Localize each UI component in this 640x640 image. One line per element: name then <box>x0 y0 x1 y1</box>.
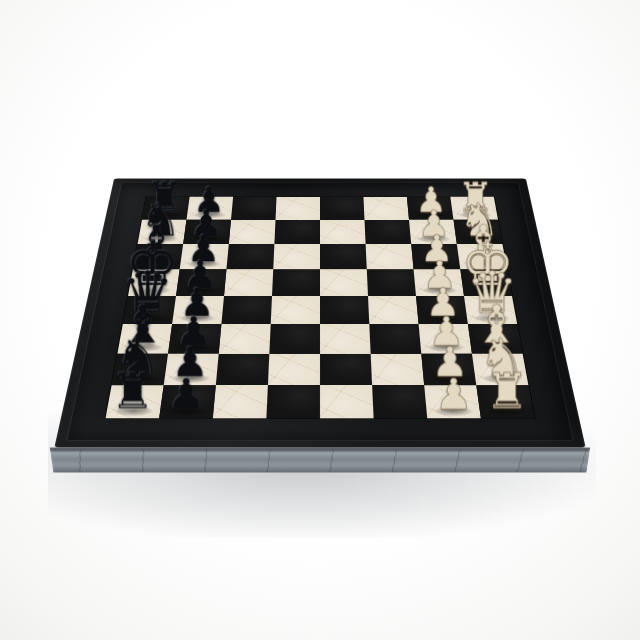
square-c4 <box>320 324 371 354</box>
piece-black-rook: ♜ <box>111 366 155 415</box>
square-b4 <box>320 354 372 385</box>
square-g3 <box>365 220 412 244</box>
square-e4 <box>320 269 368 296</box>
square-a6 <box>213 385 268 418</box>
product-photo-background: ♜♟♟♜♞♟♟♞♝♟♟♝♚♟♟♚♛♟♟♛♝♟♟♝♞♟♟♞♜♟♟♜ <box>0 0 640 640</box>
square-d4 <box>320 296 369 324</box>
square-h4 <box>320 197 365 220</box>
square-e5 <box>272 269 320 296</box>
square-d6 <box>221 296 272 324</box>
square-e6 <box>224 269 273 296</box>
square-g4 <box>320 220 366 244</box>
square-a7: ♟ <box>159 385 216 418</box>
square-f6 <box>226 244 274 269</box>
board-side-edge <box>50 448 590 473</box>
square-b5 <box>268 354 320 385</box>
square-f3 <box>366 244 414 269</box>
marble-slab: ♜♟♟♜♞♟♟♞♝♟♟♝♚♟♟♚♛♟♟♛♝♟♟♝♞♟♟♞♜♟♟♜ <box>54 179 585 448</box>
square-f5 <box>273 244 320 269</box>
square-g6 <box>229 220 276 244</box>
square-c3 <box>369 324 421 354</box>
square-g5 <box>274 220 320 244</box>
square-a2: ♟ <box>424 385 481 418</box>
checkerboard-grid: ♜♟♟♜♞♟♟♞♝♟♟♝♚♟♟♚♛♟♟♛♝♟♟♝♞♟♟♞♜♟♟♜ <box>106 197 535 419</box>
piece-white-rook: ♜ <box>485 366 529 415</box>
square-h5 <box>275 197 320 220</box>
square-b6 <box>216 354 270 385</box>
square-a1: ♜ <box>476 385 534 418</box>
square-a4 <box>320 385 374 418</box>
square-b3 <box>371 354 425 385</box>
square-c6 <box>219 324 271 354</box>
square-a8: ♜ <box>106 385 164 418</box>
square-a5 <box>266 385 320 418</box>
square-d5 <box>271 296 320 324</box>
piece-white-pawn: ♟ <box>435 373 473 415</box>
square-d3 <box>368 296 419 324</box>
square-e3 <box>367 269 416 296</box>
square-h3 <box>363 197 409 220</box>
square-c5 <box>269 324 320 354</box>
piece-black-pawn: ♟ <box>167 373 205 415</box>
square-f4 <box>320 244 367 269</box>
board-top-surface: ♜♟♟♜♞♟♟♞♝♟♟♝♚♟♟♚♛♟♟♛♝♟♟♝♞♟♟♞♜♟♟♜ <box>54 179 585 448</box>
chessboard-scene: ♜♟♟♜♞♟♟♞♝♟♟♝♚♟♟♚♛♟♟♛♝♟♟♝♞♟♟♞♜♟♟♜ <box>88 64 552 604</box>
square-h6 <box>231 197 277 220</box>
square-a3 <box>372 385 427 418</box>
